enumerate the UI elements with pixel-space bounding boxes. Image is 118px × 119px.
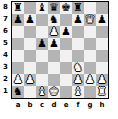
rank-label-3: 3 [0, 61, 11, 73]
square-b4[interactable] [24, 50, 36, 62]
square-d4[interactable] [48, 50, 60, 62]
file-label-f: f [72, 100, 84, 111]
square-g4[interactable] [84, 50, 96, 62]
square-h5[interactable] [96, 38, 108, 50]
square-h4[interactable] [96, 50, 108, 62]
file-label-d: d [48, 100, 60, 111]
square-d1[interactable]: ♚ [48, 86, 60, 98]
square-c7[interactable] [36, 14, 48, 26]
black-knight: ♞ [12, 86, 24, 98]
white-bishop: ♝ [36, 86, 48, 98]
square-e3[interactable] [60, 62, 72, 74]
rank-labels: 8 7 6 5 4 3 2 1 [0, 1, 11, 99]
white-rook: ♜ [96, 86, 108, 98]
file-label-g: g [84, 100, 96, 111]
black-pawn: ♟ [48, 38, 60, 50]
square-h6[interactable] [96, 26, 108, 38]
square-a5[interactable] [12, 38, 24, 50]
white-pawn: ♟ [24, 74, 36, 86]
square-b2[interactable]: ♟ [24, 74, 36, 86]
file-labels: a b c d e f g h [12, 100, 109, 111]
square-b5[interactable] [24, 38, 36, 50]
white-bishop: ♝ [72, 86, 84, 98]
square-a6[interactable] [12, 26, 24, 38]
rank-label-6: 6 [0, 25, 11, 37]
black-pawn: ♟ [36, 38, 48, 50]
file-label-c: c [36, 100, 48, 111]
file-label-h: h [96, 100, 108, 111]
file-label-b: b [24, 100, 36, 111]
file-label-e: e [60, 100, 72, 111]
rank-label-8: 8 [0, 1, 11, 13]
square-b6[interactable] [24, 26, 36, 38]
square-c8[interactable]: ♝ [36, 2, 48, 14]
square-a1[interactable]: ♞ [12, 86, 24, 98]
chess-diagram: 8 7 6 5 4 3 2 1 ♜♝♛♚♜♟♟♞♟♛♟♟♟♟♟♞♟♟♟♟♟♞♝♚… [0, 1, 109, 111]
rank-label-5: 5 [0, 37, 11, 49]
square-d5[interactable]: ♟ [48, 38, 60, 50]
white-king: ♚ [48, 86, 60, 98]
square-e5[interactable] [60, 38, 72, 50]
rank-label-2: 2 [0, 73, 11, 85]
square-f7[interactable]: ♟ [72, 14, 84, 26]
square-f1[interactable]: ♝ [72, 86, 84, 98]
black-pawn: ♟ [72, 14, 84, 26]
black-pawn: ♟ [24, 14, 36, 26]
square-a7[interactable]: ♟ [12, 14, 24, 26]
square-g2[interactable]: ♟ [84, 74, 96, 86]
square-f5[interactable] [72, 38, 84, 50]
rank-label-1: 1 [0, 85, 11, 97]
square-f6[interactable] [72, 26, 84, 38]
square-c4[interactable] [36, 50, 48, 62]
square-g5[interactable] [84, 38, 96, 50]
square-d3[interactable] [48, 62, 60, 74]
black-bishop: ♝ [36, 2, 48, 14]
file-label-a: a [12, 100, 24, 111]
board: ♜♝♛♚♜♟♟♞♟♛♟♟♟♟♟♞♟♟♟♟♟♞♝♚♝♜ [11, 1, 109, 99]
black-pawn: ♟ [60, 26, 72, 38]
white-queen: ♛ [84, 14, 96, 26]
square-c5[interactable]: ♟ [36, 38, 48, 50]
square-e2[interactable] [60, 74, 72, 86]
square-c3[interactable] [36, 62, 48, 74]
black-pawn: ♟ [96, 14, 108, 26]
square-h7[interactable]: ♟ [96, 14, 108, 26]
white-pawn: ♟ [84, 74, 96, 86]
square-b1[interactable] [24, 86, 36, 98]
square-e1[interactable] [60, 86, 72, 98]
square-g6[interactable] [84, 26, 96, 38]
square-e6[interactable]: ♟ [60, 26, 72, 38]
square-c1[interactable]: ♝ [36, 86, 48, 98]
rank-label-7: 7 [0, 13, 11, 25]
square-e8[interactable]: ♚ [60, 2, 72, 14]
square-g7[interactable]: ♛ [84, 14, 96, 26]
square-b7[interactable]: ♟ [24, 14, 36, 26]
black-pawn: ♟ [12, 14, 24, 26]
square-a4[interactable] [12, 50, 24, 62]
square-h1[interactable]: ♜ [96, 86, 108, 98]
square-g1[interactable] [84, 86, 96, 98]
rank-label-4: 4 [0, 49, 11, 61]
black-king: ♚ [60, 2, 72, 14]
square-e4[interactable] [60, 50, 72, 62]
